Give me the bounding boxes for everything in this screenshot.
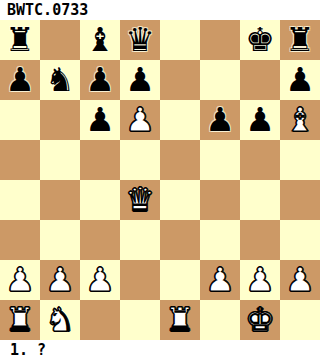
square-f7[interactable] bbox=[200, 60, 240, 100]
square-c3[interactable] bbox=[80, 220, 120, 260]
square-d1[interactable] bbox=[120, 300, 160, 340]
square-e1[interactable]: ♜ bbox=[160, 300, 200, 340]
diagram-title: BWTC.0733 bbox=[0, 0, 88, 20]
square-f4[interactable] bbox=[200, 180, 240, 220]
square-d8[interactable]: ♛ bbox=[120, 20, 160, 60]
square-d6[interactable]: ♟ bbox=[120, 100, 160, 140]
square-h2[interactable]: ♟ bbox=[280, 260, 320, 300]
square-f8[interactable] bbox=[200, 20, 240, 60]
square-h1[interactable] bbox=[280, 300, 320, 340]
square-e5[interactable] bbox=[160, 140, 200, 180]
black-pawn[interactable]: ♟ bbox=[80, 60, 120, 100]
white-pawn[interactable]: ♟ bbox=[0, 260, 40, 300]
header-bar: BWTC.0733 bbox=[0, 0, 320, 20]
white-rook[interactable]: ♜ bbox=[0, 300, 40, 340]
white-pawn[interactable]: ♟ bbox=[280, 260, 320, 300]
white-knight[interactable]: ♞ bbox=[40, 300, 80, 340]
square-e2[interactable] bbox=[160, 260, 200, 300]
square-b6[interactable] bbox=[40, 100, 80, 140]
black-pawn[interactable]: ♟ bbox=[200, 100, 240, 140]
square-f3[interactable] bbox=[200, 220, 240, 260]
square-a4[interactable] bbox=[0, 180, 40, 220]
square-b2[interactable]: ♟ bbox=[40, 260, 80, 300]
square-d5[interactable] bbox=[120, 140, 160, 180]
chess-board: ♜♝♛♚♜♟♞♟♟♟♟♟♟♟♝♛♟♟♟♟♟♟♜♞♜♚ bbox=[0, 20, 320, 340]
square-c5[interactable] bbox=[80, 140, 120, 180]
black-pawn[interactable]: ♟ bbox=[120, 60, 160, 100]
black-rook[interactable]: ♜ bbox=[280, 20, 320, 60]
black-queen[interactable]: ♛ bbox=[120, 20, 160, 60]
black-knight[interactable]: ♞ bbox=[40, 60, 80, 100]
square-g3[interactable] bbox=[240, 220, 280, 260]
square-f1[interactable] bbox=[200, 300, 240, 340]
square-d7[interactable]: ♟ bbox=[120, 60, 160, 100]
square-e4[interactable] bbox=[160, 180, 200, 220]
square-e3[interactable] bbox=[160, 220, 200, 260]
square-a6[interactable] bbox=[0, 100, 40, 140]
square-g5[interactable] bbox=[240, 140, 280, 180]
square-g8[interactable]: ♚ bbox=[240, 20, 280, 60]
black-pawn[interactable]: ♟ bbox=[280, 60, 320, 100]
square-a1[interactable]: ♜ bbox=[0, 300, 40, 340]
square-f2[interactable]: ♟ bbox=[200, 260, 240, 300]
square-a5[interactable] bbox=[0, 140, 40, 180]
square-e7[interactable] bbox=[160, 60, 200, 100]
square-b3[interactable] bbox=[40, 220, 80, 260]
square-c6[interactable]: ♟ bbox=[80, 100, 120, 140]
square-b7[interactable]: ♞ bbox=[40, 60, 80, 100]
white-bishop[interactable]: ♝ bbox=[280, 100, 320, 140]
black-pawn[interactable]: ♟ bbox=[240, 100, 280, 140]
square-g1[interactable]: ♚ bbox=[240, 300, 280, 340]
square-a3[interactable] bbox=[0, 220, 40, 260]
move-prompt: 1. ? bbox=[0, 340, 46, 360]
square-a7[interactable]: ♟ bbox=[0, 60, 40, 100]
black-pawn[interactable]: ♟ bbox=[0, 60, 40, 100]
square-h6[interactable]: ♝ bbox=[280, 100, 320, 140]
square-h5[interactable] bbox=[280, 140, 320, 180]
white-pawn[interactable]: ♟ bbox=[40, 260, 80, 300]
square-c4[interactable] bbox=[80, 180, 120, 220]
white-king[interactable]: ♚ bbox=[240, 300, 280, 340]
black-pawn[interactable]: ♟ bbox=[80, 100, 120, 140]
white-pawn[interactable]: ♟ bbox=[240, 260, 280, 300]
square-g4[interactable] bbox=[240, 180, 280, 220]
white-rook[interactable]: ♜ bbox=[160, 300, 200, 340]
white-pawn[interactable]: ♟ bbox=[120, 100, 160, 140]
square-g6[interactable]: ♟ bbox=[240, 100, 280, 140]
square-h4[interactable] bbox=[280, 180, 320, 220]
square-e6[interactable] bbox=[160, 100, 200, 140]
square-d4[interactable]: ♛ bbox=[120, 180, 160, 220]
white-queen[interactable]: ♛ bbox=[120, 180, 160, 220]
square-a8[interactable]: ♜ bbox=[0, 20, 40, 60]
black-king[interactable]: ♚ bbox=[240, 20, 280, 60]
square-c2[interactable]: ♟ bbox=[80, 260, 120, 300]
square-h3[interactable] bbox=[280, 220, 320, 260]
square-b1[interactable]: ♞ bbox=[40, 300, 80, 340]
square-h7[interactable]: ♟ bbox=[280, 60, 320, 100]
black-bishop[interactable]: ♝ bbox=[80, 20, 120, 60]
square-a2[interactable]: ♟ bbox=[0, 260, 40, 300]
square-f6[interactable]: ♟ bbox=[200, 100, 240, 140]
square-f5[interactable] bbox=[200, 140, 240, 180]
square-b5[interactable] bbox=[40, 140, 80, 180]
square-c8[interactable]: ♝ bbox=[80, 20, 120, 60]
square-c7[interactable]: ♟ bbox=[80, 60, 120, 100]
square-c1[interactable] bbox=[80, 300, 120, 340]
black-rook[interactable]: ♜ bbox=[0, 20, 40, 60]
square-d3[interactable] bbox=[120, 220, 160, 260]
square-e8[interactable] bbox=[160, 20, 200, 60]
square-h8[interactable]: ♜ bbox=[280, 20, 320, 60]
square-g7[interactable] bbox=[240, 60, 280, 100]
square-b4[interactable] bbox=[40, 180, 80, 220]
footer-bar: 1. ? bbox=[0, 340, 320, 360]
square-b8[interactable] bbox=[40, 20, 80, 60]
white-pawn[interactable]: ♟ bbox=[80, 260, 120, 300]
square-d2[interactable] bbox=[120, 260, 160, 300]
white-pawn[interactable]: ♟ bbox=[200, 260, 240, 300]
square-g2[interactable]: ♟ bbox=[240, 260, 280, 300]
